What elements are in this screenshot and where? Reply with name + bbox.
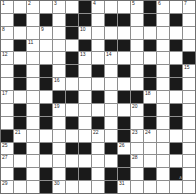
crossword-cell-r12c13[interactable] [157, 143, 169, 155]
crossword-cell-r9c7[interactable] [79, 104, 91, 116]
crossword-cell-r10c15[interactable] [183, 117, 195, 129]
crossword-cell-r13c13[interactable] [157, 155, 169, 167]
black-cell-r8c11 [131, 91, 143, 103]
crossword-cell-r9c10[interactable] [118, 104, 130, 116]
crossword-cell-r5c13[interactable] [157, 52, 169, 64]
crossword-cell-r3c4[interactable]: 9 [40, 27, 52, 39]
crossword-cell-r14c13[interactable] [157, 168, 169, 180]
black-cell-r6c6 [66, 65, 78, 77]
crossword-cell-r13c4[interactable] [40, 155, 52, 167]
crossword-cell-r11c9[interactable] [105, 130, 117, 142]
clue-number-30: 30 [54, 181, 60, 186]
crossword-cell-r7c9[interactable] [105, 78, 117, 90]
crossword-cell-r3c3[interactable] [27, 27, 39, 39]
crossword-cell-r7c10[interactable] [118, 78, 130, 90]
crossword-cell-r5c3[interactable] [27, 52, 39, 64]
crossword-cell-r13c14[interactable] [170, 155, 182, 167]
black-cell-r1c7 [79, 1, 91, 13]
crossword-cell-r12c10[interactable]: 26 [118, 143, 130, 155]
crossword-cell-r1c8[interactable]: 4 [92, 1, 104, 13]
clue-number-19: 19 [54, 104, 60, 109]
crossword-cell-r4c1[interactable] [1, 40, 13, 52]
crossword-cell-r3c12[interactable] [144, 27, 156, 39]
clue-number-22: 22 [93, 130, 99, 135]
crossword-cell-r7c11[interactable] [131, 78, 143, 90]
crossword-cell-r10c1[interactable] [1, 117, 13, 129]
crossword-cell-r3c9[interactable] [105, 27, 117, 39]
clue-number-9: 9 [41, 27, 44, 32]
grid-watermark-icon: A [179, 176, 182, 180]
crossword-cell-r1c3[interactable]: 2 [27, 1, 39, 13]
crossword-cell-r14c8[interactable] [92, 168, 104, 180]
black-cell-r4c12 [144, 40, 156, 52]
black-cell-r12c9 [105, 143, 117, 155]
crossword-cell-r5c4[interactable] [40, 52, 52, 64]
black-cell-r4c14 [170, 40, 182, 52]
crossword-cell-r3c13[interactable] [157, 27, 169, 39]
crossword-cell-r4c5[interactable] [53, 40, 65, 52]
clue-number-16: 16 [54, 78, 60, 83]
black-cell-r4c7 [79, 40, 91, 52]
crossword-cell-r15c5[interactable]: 30 [53, 181, 65, 193]
crossword-cell-r15c13[interactable] [157, 181, 169, 193]
crossword-cell-r13c6[interactable] [66, 155, 78, 167]
black-cell-r10c6 [66, 117, 78, 129]
crossword-grid: 1234567891011121314151617181920212223242… [0, 0, 196, 194]
clue-number-12: 12 [2, 52, 8, 57]
crossword-cell-r8c3[interactable] [27, 91, 39, 103]
crossword-cell-r13c11[interactable]: 28 [131, 155, 143, 167]
crossword-cell-r10c3[interactable] [27, 117, 39, 129]
black-cell-r6c8 [92, 65, 104, 77]
crossword-cell-r13c1[interactable]: 27 [1, 155, 13, 167]
crossword-cell-r3c7[interactable]: 10 [79, 27, 91, 39]
crossword-cell-r5c7[interactable]: 13 [79, 52, 91, 64]
crossword-cell-r7c15[interactable] [183, 78, 195, 90]
black-cell-r14c6 [66, 168, 78, 180]
crossword-cell-r6c3[interactable] [27, 65, 39, 77]
black-cell-r9c12 [144, 104, 156, 116]
crossword-cell-r7c13[interactable] [157, 78, 169, 90]
clue-number-2: 2 [28, 1, 31, 6]
crossword-cell-r2c8[interactable] [92, 14, 104, 26]
crossword-cell-r1c6[interactable] [66, 1, 78, 13]
black-cell-r6c10 [118, 65, 130, 77]
crossword-cell-r12c1[interactable]: 25 [1, 143, 13, 155]
crossword-cell-r11c13[interactable] [157, 130, 169, 142]
clue-number-18: 18 [145, 91, 151, 96]
crossword-cell-r8c7[interactable] [79, 91, 91, 103]
crossword-cell-r5c5[interactable] [53, 52, 65, 64]
black-cell-r4c10 [118, 40, 130, 52]
crossword-cell-r11c2[interactable]: 21 [14, 130, 26, 142]
black-cell-r8c5 [53, 91, 65, 103]
black-cell-r10c2 [14, 117, 26, 129]
black-cell-r6c14 [170, 65, 182, 77]
crossword-cell-r8c1[interactable]: 17 [1, 91, 13, 103]
crossword-cell-r11c4[interactable] [40, 130, 52, 142]
crossword-cell-r8c4[interactable] [40, 91, 52, 103]
clue-number-10: 10 [80, 27, 86, 32]
crossword-cell-r3c8[interactable] [92, 27, 104, 39]
black-cell-r2c14 [170, 14, 182, 26]
black-cell-r12c14 [170, 143, 182, 155]
crossword-cell-r15c14[interactable] [170, 181, 182, 193]
clue-number-23: 23 [132, 130, 138, 135]
crossword-cell-r4c11[interactable] [131, 40, 143, 52]
crossword-cell-r5c9[interactable]: 14 [105, 52, 117, 64]
black-cell-r12c6 [66, 143, 78, 155]
clue-number-20: 20 [132, 104, 138, 109]
crossword-cell-r1c10[interactable] [118, 1, 130, 13]
crossword-cell-r11c8[interactable]: 22 [92, 130, 104, 142]
crossword-cell-r15c15[interactable] [183, 181, 195, 193]
crossword-cell-r11c3[interactable] [27, 130, 39, 142]
crossword-cell-r15c7[interactable] [79, 181, 91, 193]
clue-number-11: 11 [28, 40, 33, 45]
crossword-cell-r1c5[interactable]: 3 [53, 1, 65, 13]
crossword-cell-r11c5[interactable] [53, 130, 65, 142]
clue-number-27: 27 [2, 155, 8, 160]
crossword-cell-r13c15[interactable] [183, 155, 195, 167]
crossword-cell-r12c8[interactable] [92, 143, 104, 155]
crossword-cell-r3c14[interactable] [170, 27, 182, 39]
crossword-cell-r12c15[interactable] [183, 143, 195, 155]
black-cell-r14c4 [40, 168, 52, 180]
black-cell-r15c4 [40, 181, 52, 193]
crossword-cell-r11c6[interactable] [66, 130, 78, 142]
crossword-cell-r2c11[interactable] [131, 14, 143, 26]
crossword-cell-r3c15[interactable] [183, 27, 195, 39]
clue-number-25: 25 [2, 143, 8, 148]
crossword-cell-r13c3[interactable] [27, 155, 39, 167]
black-cell-r4c2 [14, 40, 26, 52]
crossword-cell-r6c11[interactable] [131, 65, 143, 77]
clue-number-1: 1 [2, 1, 5, 6]
crossword-cell-r14c1[interactable] [1, 168, 13, 180]
clue-number-7: 7 [184, 1, 187, 6]
black-cell-r12c2 [14, 143, 26, 155]
crossword-cell-r4c13[interactable] [157, 40, 169, 52]
crossword-cell-r11c7[interactable] [79, 130, 91, 142]
clue-number-26: 26 [119, 143, 125, 148]
clue-number-29: 29 [2, 181, 8, 186]
black-cell-r2c4 [40, 14, 52, 26]
crossword-cell-r10c13[interactable] [157, 117, 169, 129]
clue-number-14: 14 [106, 52, 112, 57]
crossword-cell-r9c13[interactable] [157, 104, 169, 116]
black-cell-r9c2 [14, 104, 26, 116]
crossword-cell-r13c2[interactable] [14, 155, 26, 167]
crossword-cell-r9c9[interactable] [105, 104, 117, 116]
crossword-cell-r9c3[interactable] [27, 104, 39, 116]
crossword-cell-r7c3[interactable] [27, 78, 39, 90]
crossword-cell-r10c11[interactable] [131, 117, 143, 129]
crossword-cell-r2c15[interactable] [183, 14, 195, 26]
clue-number-28: 28 [132, 155, 138, 160]
clue-number-31: 31 [119, 181, 125, 186]
black-cell-r1c12 [144, 1, 156, 13]
black-cell-r7c12 [144, 78, 156, 90]
crossword-cell-r12c12[interactable] [144, 143, 156, 155]
crossword-cell-r7c5[interactable]: 16 [53, 78, 65, 90]
crossword-cell-r7c7[interactable] [79, 78, 91, 90]
crossword-cell-r5c12[interactable] [144, 52, 156, 64]
crossword-cell-r12c3[interactable] [27, 143, 39, 155]
black-cell-r2c7 [79, 14, 91, 26]
crossword-cell-r14c5[interactable] [53, 168, 65, 180]
black-cell-r10c12 [144, 117, 156, 129]
crossword-cell-r8c14[interactable] [170, 91, 182, 103]
black-cell-r5c15 [183, 52, 195, 64]
crossword-cell-r1c14[interactable] [170, 1, 182, 13]
black-cell-r6c4 [40, 65, 52, 77]
black-cell-r9c14 [170, 104, 182, 116]
crossword-cell-r1c13[interactable]: 6 [157, 1, 169, 13]
crossword-cell-r13c8[interactable] [92, 155, 104, 167]
crossword-cell-r14c11[interactable] [131, 168, 143, 180]
crossword-cell-r1c11[interactable]: 5 [131, 1, 143, 13]
crossword-cell-r1c9[interactable] [105, 1, 117, 13]
crossword-cell-r15c1[interactable]: 29 [1, 181, 13, 193]
clue-number-3: 3 [54, 1, 57, 6]
crossword-cell-r3c5[interactable] [53, 27, 65, 39]
black-cell-r11c10 [118, 130, 130, 142]
black-cell-r14c2 [14, 168, 26, 180]
black-cell-r14c9 [105, 168, 117, 180]
crossword-cell-r13c12[interactable] [144, 155, 156, 167]
crossword-cell-r9c6[interactable] [66, 104, 78, 116]
crossword-cell-r10c9[interactable] [105, 117, 117, 129]
black-cell-r2c12 [144, 14, 156, 26]
crossword-cell-r9c5[interactable]: 19 [53, 104, 65, 116]
crossword-cell-r6c1[interactable] [1, 65, 13, 77]
black-cell-r11c1 [1, 130, 13, 142]
crossword-cell-r15c12[interactable] [144, 181, 156, 193]
crossword-cell-r4c3[interactable]: 11 [27, 40, 39, 52]
crossword-cell-r1c1[interactable]: 1 [1, 1, 13, 13]
crossword-cell-r4c4[interactable] [40, 40, 52, 52]
crossword-cell-r15c2[interactable] [14, 181, 26, 193]
crossword-cell-r8c15[interactable] [183, 91, 195, 103]
black-cell-r10c10 [118, 117, 130, 129]
crossword-cell-r3c11[interactable] [131, 27, 143, 39]
crossword-cell-r9c1[interactable] [1, 104, 13, 116]
black-cell-r2c6 [66, 14, 78, 26]
crossword-cell-r15c10[interactable]: 31 [118, 181, 130, 193]
crossword-cell-r1c4[interactable] [40, 1, 52, 13]
crossword-cell-r1c15[interactable]: 7 [183, 1, 195, 13]
crossword-cell-r11c15[interactable] [183, 130, 195, 142]
crossword-cell-r6c13[interactable] [157, 65, 169, 77]
crossword-cell-r15c11[interactable] [131, 181, 143, 193]
clue-number-6: 6 [158, 1, 161, 6]
crossword-cell-r11c12[interactable]: 24 [144, 130, 156, 142]
black-cell-r15c9 [105, 181, 117, 193]
black-cell-r14c7 [79, 168, 91, 180]
black-cell-r3c6 [66, 27, 78, 39]
crossword-cell-r7c8[interactable] [92, 78, 104, 90]
crossword-cell-r2c1[interactable] [1, 14, 13, 26]
crossword-cell-r8c12[interactable]: 18 [144, 91, 156, 103]
clue-number-13: 13 [80, 52, 86, 57]
crossword-cell-r10c5[interactable] [53, 117, 65, 129]
crossword-cell-r10c7[interactable] [79, 117, 91, 129]
black-cell-r2c10 [118, 14, 130, 26]
black-cell-r10c4 [40, 117, 52, 129]
crossword-cell-r5c10[interactable] [118, 52, 130, 64]
crossword-cell-r14c15[interactable] [183, 168, 195, 180]
crossword-cell-r12c11[interactable] [131, 143, 143, 155]
crossword-cell-r15c3[interactable] [27, 181, 39, 193]
crossword-cell-r4c8[interactable] [92, 40, 104, 52]
black-cell-r2c2 [14, 14, 26, 26]
crossword-cell-r12c5[interactable] [53, 143, 65, 155]
clue-number-5: 5 [132, 1, 135, 6]
black-cell-r4c9 [105, 40, 117, 52]
black-cell-r10c14 [170, 117, 182, 129]
crossword-cell-r15c6[interactable] [66, 181, 78, 193]
crossword-cell-r2c13[interactable] [157, 14, 169, 26]
crossword-cell-r3c2[interactable] [14, 27, 26, 39]
black-cell-r14c14: A [170, 168, 182, 180]
clue-number-24: 24 [145, 130, 151, 135]
black-cell-r13c10 [118, 155, 130, 167]
crossword-cell-r3c1[interactable]: 8 [1, 27, 13, 39]
crossword-cell-r2c3[interactable] [27, 14, 39, 26]
crossword-cell-r13c5[interactable] [53, 155, 65, 167]
crossword-cell-r9c15[interactable] [183, 104, 195, 116]
crossword-cell-r7c1[interactable] [1, 78, 13, 90]
black-cell-r8c8 [92, 91, 104, 103]
crossword-cell-r11c14[interactable] [170, 130, 182, 142]
clue-number-17: 17 [2, 91, 8, 96]
crossword-cell-r6c7[interactable] [79, 65, 91, 77]
crossword-cell-r15c8[interactable] [92, 181, 104, 193]
crossword-cell-r13c7[interactable] [79, 155, 91, 167]
crossword-cell-r1c2[interactable] [14, 1, 26, 13]
crossword-cell-r8c2[interactable] [14, 91, 26, 103]
crossword-cell-r7c6[interactable] [66, 78, 78, 90]
black-cell-r14c12 [144, 168, 156, 180]
crossword-cell-r9c11[interactable]: 20 [131, 104, 143, 116]
black-cell-r10c8 [92, 117, 104, 129]
crossword-cell-r6c9[interactable] [105, 65, 117, 77]
black-cell-r12c7 [79, 143, 91, 155]
clue-number-21: 21 [15, 130, 21, 135]
crossword-cell-r13c9[interactable] [105, 155, 117, 167]
black-cell-r6c2 [14, 65, 26, 77]
crossword-cell-r4c15[interactable] [183, 40, 195, 52]
black-cell-r6c12 [144, 65, 156, 77]
crossword-cell-r5c11[interactable] [131, 52, 143, 64]
crossword-cell-r14c3[interactable] [27, 168, 39, 180]
clue-number-15: 15 [184, 65, 190, 70]
black-cell-r12c4 [40, 143, 52, 155]
crossword-cell-r11c11[interactable]: 23 [131, 130, 143, 142]
black-cell-r7c14 [170, 78, 182, 90]
crossword-cell-r2c5[interactable] [53, 14, 65, 26]
black-cell-r9c4 [40, 104, 52, 116]
crossword-puzzle: 1234567891011121314151617181920212223242… [0, 0, 196, 194]
crossword-cell-r8c9[interactable] [105, 91, 117, 103]
clue-number-8: 8 [2, 27, 5, 32]
crossword-cell-r5c14[interactable] [170, 52, 182, 64]
clue-number-4: 4 [93, 1, 96, 6]
crossword-cell-r5c1[interactable]: 12 [1, 52, 13, 64]
black-cell-r8c6 [66, 91, 78, 103]
crossword-cell-r6c15[interactable]: 15 [183, 65, 195, 77]
black-cell-r7c2 [14, 78, 26, 90]
crossword-cell-r9c8[interactable] [92, 104, 104, 116]
black-cell-r5c6 [66, 52, 78, 64]
crossword-cell-r8c13[interactable] [157, 91, 169, 103]
crossword-cell-r3c10[interactable] [118, 27, 130, 39]
crossword-cell-r4c6[interactable] [66, 40, 78, 52]
black-cell-r8c10 [118, 91, 130, 103]
crossword-cell-r5c2[interactable] [14, 52, 26, 64]
black-cell-r2c9 [105, 14, 117, 26]
black-cell-r7c4 [40, 78, 52, 90]
crossword-cell-r5c8[interactable] [92, 52, 104, 64]
crossword-cell-r6c5[interactable] [53, 65, 65, 77]
black-cell-r14c10 [118, 168, 130, 180]
